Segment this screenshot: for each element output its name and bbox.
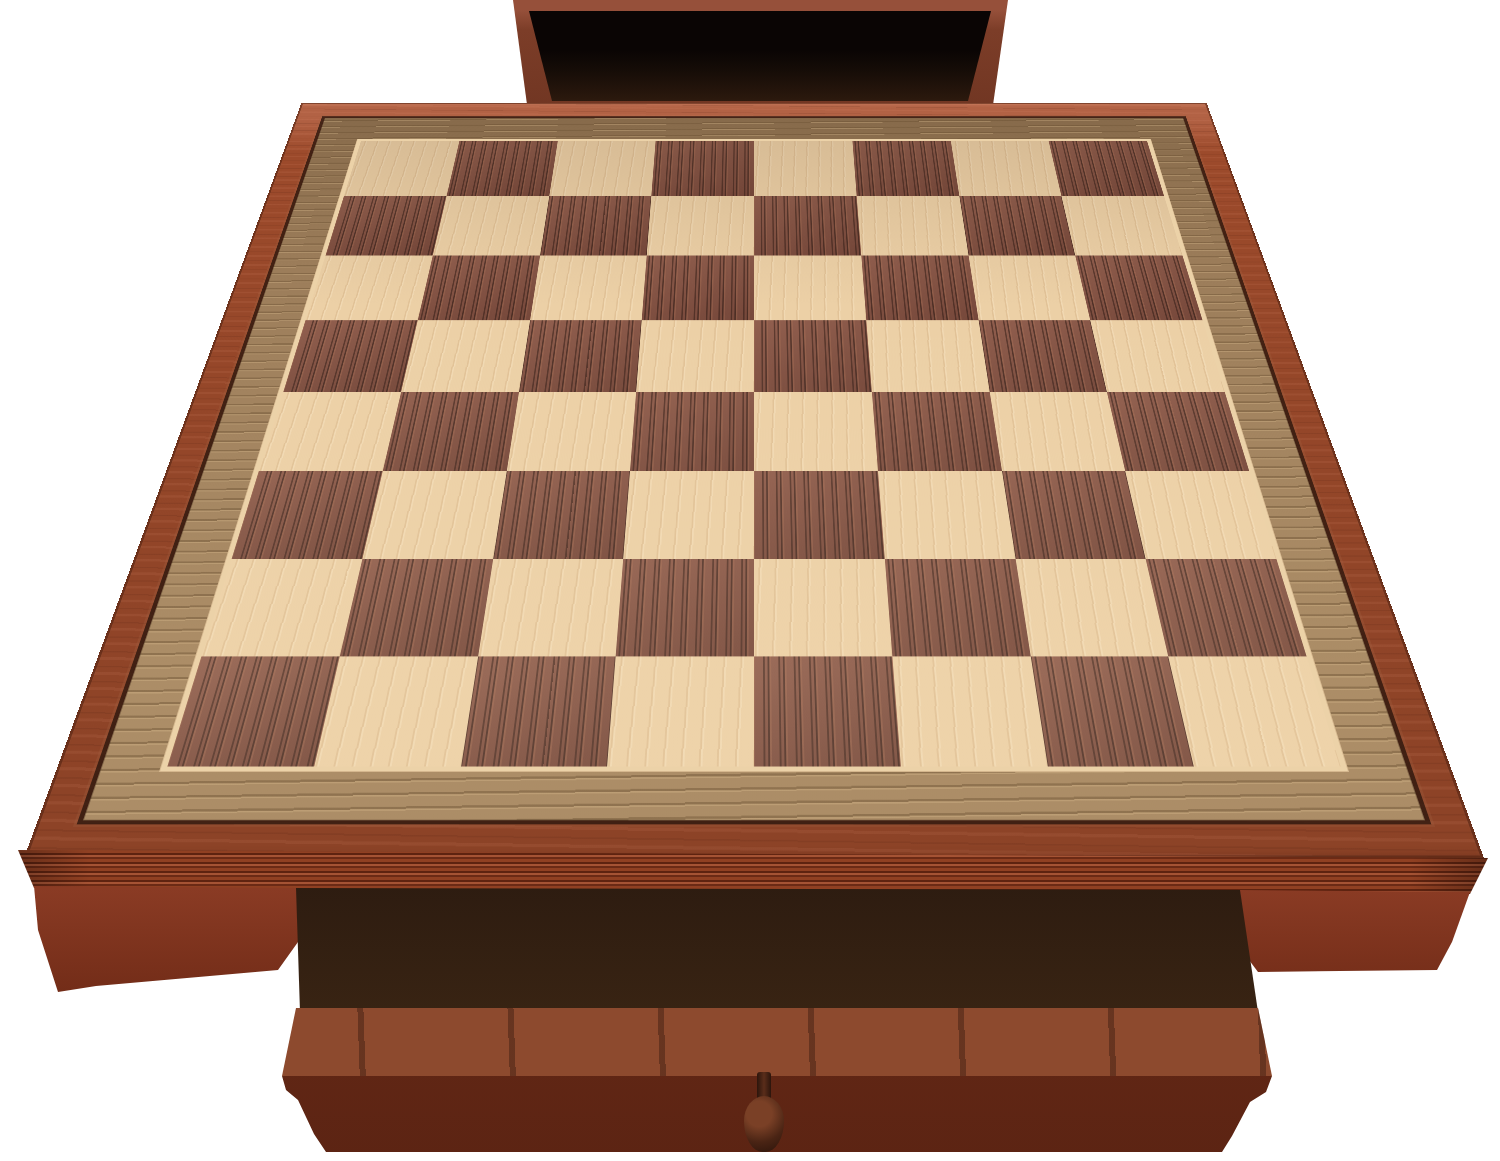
square-b7[interactable] [433, 196, 549, 256]
square-h3[interactable] [1125, 471, 1276, 559]
square-c7[interactable] [540, 196, 652, 256]
square-d6[interactable] [642, 255, 754, 320]
square-f5[interactable] [866, 320, 989, 392]
square-c1[interactable] [461, 657, 616, 767]
square-d5[interactable] [636, 320, 754, 392]
walnut-border [83, 118, 1425, 820]
square-e1[interactable] [754, 657, 901, 767]
square-f7[interactable] [857, 196, 969, 256]
square-a5[interactable] [283, 320, 417, 392]
square-a2[interactable] [201, 559, 362, 657]
square-h7[interactable] [1062, 196, 1183, 256]
square-a7[interactable] [326, 196, 447, 256]
square-d8[interactable] [651, 141, 754, 196]
square-a6[interactable] [305, 255, 432, 320]
square-b2[interactable] [340, 559, 493, 657]
square-b5[interactable] [401, 320, 530, 392]
square-c3[interactable] [493, 471, 630, 559]
square-h4[interactable] [1107, 392, 1249, 471]
square-e3[interactable] [754, 471, 885, 559]
square-g4[interactable] [989, 392, 1125, 471]
square-h8[interactable] [1049, 141, 1164, 196]
square-e7[interactable] [754, 196, 861, 256]
square-d2[interactable] [616, 559, 754, 657]
back-drawer-interior [0, 0, 1500, 120]
square-g2[interactable] [1015, 559, 1168, 657]
square-g8[interactable] [951, 141, 1062, 196]
square-c8[interactable] [549, 141, 656, 196]
square-g3[interactable] [1002, 471, 1146, 559]
square-d4[interactable] [630, 392, 754, 471]
square-c6[interactable] [530, 255, 647, 320]
square-b8[interactable] [446, 141, 557, 196]
square-f6[interactable] [861, 255, 978, 320]
square-d3[interactable] [623, 471, 754, 559]
drawer-knob[interactable] [744, 1096, 784, 1152]
product-photo-stage [0, 0, 1500, 1161]
square-c4[interactable] [506, 392, 636, 471]
square-d1[interactable] [607, 657, 754, 767]
maple-inlay-line [159, 139, 1349, 772]
square-e2[interactable] [754, 559, 892, 657]
checker-grid [167, 141, 1340, 766]
square-h1[interactable] [1168, 657, 1340, 767]
square-b3[interactable] [362, 471, 506, 559]
square-g1[interactable] [1030, 657, 1194, 767]
mahogany-frame [24, 103, 1484, 858]
square-e4[interactable] [754, 392, 878, 471]
square-f8[interactable] [852, 141, 959, 196]
square-h2[interactable] [1146, 559, 1307, 657]
square-b1[interactable] [314, 657, 478, 767]
square-g7[interactable] [959, 196, 1075, 256]
square-a4[interactable] [259, 392, 401, 471]
square-b6[interactable] [418, 255, 540, 320]
square-e5[interactable] [754, 320, 872, 392]
chess-board [24, 103, 1484, 858]
square-a1[interactable] [167, 657, 339, 767]
square-e8[interactable] [754, 141, 857, 196]
square-f1[interactable] [892, 657, 1047, 767]
square-a3[interactable] [232, 471, 383, 559]
square-c5[interactable] [519, 320, 642, 392]
square-f2[interactable] [885, 559, 1031, 657]
square-g5[interactable] [978, 320, 1107, 392]
square-f4[interactable] [872, 392, 1002, 471]
square-b4[interactable] [383, 392, 519, 471]
square-f3[interactable] [878, 471, 1015, 559]
square-h6[interactable] [1075, 255, 1202, 320]
square-g6[interactable] [968, 255, 1090, 320]
square-c2[interactable] [478, 559, 624, 657]
square-a8[interactable] [344, 141, 459, 196]
square-e6[interactable] [754, 255, 866, 320]
square-h5[interactable] [1090, 320, 1224, 392]
square-d7[interactable] [647, 196, 754, 256]
